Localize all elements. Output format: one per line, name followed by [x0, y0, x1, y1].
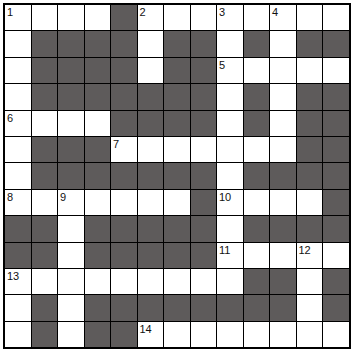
white-cell[interactable] — [138, 269, 164, 294]
white-cell[interactable] — [244, 5, 270, 30]
block-cell — [191, 111, 217, 136]
clue-number: 1 — [7, 5, 13, 19]
block-cell — [58, 84, 84, 109]
block-cell — [32, 322, 58, 347]
white-cell[interactable] — [191, 137, 217, 162]
white-cell[interactable] — [164, 137, 190, 162]
block-cell — [32, 295, 58, 320]
block-cell — [111, 295, 137, 320]
white-cell[interactable] — [270, 322, 296, 347]
white-cell[interactable] — [164, 269, 190, 294]
white-cell[interactable] — [5, 163, 31, 188]
block-cell — [58, 31, 84, 56]
block-cell — [111, 111, 137, 136]
block-cell — [111, 31, 137, 56]
block-cell — [323, 31, 349, 56]
white-cell[interactable]: 3 — [217, 5, 243, 30]
white-cell[interactable] — [5, 137, 31, 162]
block-cell — [270, 216, 296, 241]
clue-number: 4 — [272, 5, 278, 19]
block-cell — [191, 58, 217, 83]
white-cell[interactable] — [270, 243, 296, 268]
white-cell[interactable] — [5, 84, 31, 109]
white-cell[interactable] — [5, 322, 31, 347]
white-cell[interactable] — [297, 5, 323, 30]
block-cell — [138, 295, 164, 320]
block-cell — [323, 137, 349, 162]
block-cell — [191, 243, 217, 268]
white-cell[interactable] — [297, 269, 323, 294]
clue-number: 10 — [219, 190, 231, 204]
block-cell — [85, 84, 111, 109]
white-cell[interactable] — [297, 295, 323, 320]
white-cell[interactable] — [85, 5, 111, 30]
block-cell — [138, 243, 164, 268]
white-cell[interactable] — [270, 190, 296, 215]
block-cell — [297, 31, 323, 56]
white-cell[interactable] — [270, 31, 296, 56]
block-cell — [164, 243, 190, 268]
white-cell[interactable] — [32, 190, 58, 215]
white-cell[interactable] — [111, 190, 137, 215]
white-cell[interactable] — [5, 295, 31, 320]
block-cell — [244, 31, 270, 56]
white-cell[interactable] — [323, 322, 349, 347]
block-cell — [111, 322, 137, 347]
block-cell — [191, 190, 217, 215]
block-cell — [244, 84, 270, 109]
white-cell[interactable] — [191, 5, 217, 30]
block-cell — [244, 111, 270, 136]
white-cell[interactable] — [111, 269, 137, 294]
block-cell — [138, 163, 164, 188]
white-cell[interactable] — [244, 322, 270, 347]
block-cell — [85, 31, 111, 56]
white-cell[interactable] — [297, 322, 323, 347]
block-cell — [164, 31, 190, 56]
clue-number: 14 — [140, 322, 152, 336]
white-cell[interactable] — [217, 163, 243, 188]
block-cell — [85, 137, 111, 162]
block-cell — [85, 163, 111, 188]
block-cell — [270, 295, 296, 320]
white-cell[interactable]: 8 — [5, 190, 31, 215]
white-cell[interactable] — [5, 58, 31, 83]
block-cell — [270, 269, 296, 294]
white-cell[interactable] — [217, 216, 243, 241]
block-cell — [191, 163, 217, 188]
white-cell[interactable] — [217, 322, 243, 347]
block-cell — [111, 243, 137, 268]
clue-number: 9 — [60, 190, 66, 204]
clue-number: 7 — [113, 137, 119, 151]
white-cell[interactable] — [58, 269, 84, 294]
white-cell[interactable]: 13 — [5, 269, 31, 294]
block-cell — [164, 111, 190, 136]
white-cell[interactable] — [5, 31, 31, 56]
crossword-grid: 1234567891011121314 — [3, 3, 351, 349]
block-cell — [32, 163, 58, 188]
white-cell[interactable] — [58, 243, 84, 268]
white-cell[interactable] — [58, 5, 84, 30]
white-cell[interactable] — [58, 295, 84, 320]
white-cell[interactable] — [323, 243, 349, 268]
white-cell[interactable] — [270, 84, 296, 109]
block-cell — [32, 216, 58, 241]
block-cell — [32, 31, 58, 56]
white-cell[interactable] — [138, 31, 164, 56]
white-cell[interactable] — [32, 111, 58, 136]
block-cell — [5, 216, 31, 241]
white-cell[interactable] — [270, 58, 296, 83]
white-cell[interactable] — [85, 111, 111, 136]
clue-number: 11 — [219, 243, 230, 257]
block-cell — [138, 84, 164, 109]
white-cell[interactable] — [323, 58, 349, 83]
white-cell[interactable] — [164, 5, 190, 30]
clue-number: 3 — [219, 5, 225, 19]
white-cell[interactable] — [138, 137, 164, 162]
white-cell[interactable] — [138, 58, 164, 83]
white-cell[interactable] — [270, 137, 296, 162]
block-cell — [138, 111, 164, 136]
white-cell[interactable]: 14 — [138, 322, 164, 347]
block-cell — [244, 295, 270, 320]
white-cell[interactable] — [217, 31, 243, 56]
white-cell[interactable]: 1 — [5, 5, 31, 30]
block-cell — [164, 58, 190, 83]
block-cell — [111, 163, 137, 188]
white-cell[interactable]: 9 — [58, 190, 84, 215]
clue-number: 12 — [299, 243, 311, 257]
white-cell[interactable] — [297, 58, 323, 83]
block-cell — [297, 111, 323, 136]
block-cell — [58, 137, 84, 162]
block-cell — [85, 295, 111, 320]
white-cell[interactable] — [85, 269, 111, 294]
block-cell — [323, 84, 349, 109]
white-cell[interactable] — [58, 111, 84, 136]
white-cell[interactable]: 7 — [111, 137, 137, 162]
block-cell — [85, 58, 111, 83]
block-cell — [323, 190, 349, 215]
white-cell[interactable] — [32, 269, 58, 294]
block-cell — [85, 322, 111, 347]
block-cell — [58, 163, 84, 188]
white-cell[interactable] — [217, 269, 243, 294]
block-cell — [323, 295, 349, 320]
block-cell — [32, 84, 58, 109]
block-cell — [297, 163, 323, 188]
block-cell — [58, 58, 84, 83]
white-cell[interactable]: 12 — [297, 243, 323, 268]
white-cell[interactable] — [85, 190, 111, 215]
block-cell — [191, 216, 217, 241]
white-cell[interactable] — [138, 190, 164, 215]
block-cell — [270, 163, 296, 188]
block-cell — [5, 243, 31, 268]
block-cell — [111, 5, 137, 30]
clue-number: 6 — [7, 111, 13, 125]
white-cell[interactable] — [58, 216, 84, 241]
block-cell — [111, 58, 137, 83]
block-cell — [244, 216, 270, 241]
block-cell — [191, 31, 217, 56]
block-cell — [217, 295, 243, 320]
clue-number: 8 — [7, 190, 13, 204]
white-cell[interactable] — [244, 190, 270, 215]
clue-number: 2 — [140, 5, 146, 19]
white-cell[interactable] — [297, 190, 323, 215]
block-cell — [164, 163, 190, 188]
white-cell[interactable] — [270, 111, 296, 136]
white-cell[interactable] — [244, 58, 270, 83]
block-cell — [244, 269, 270, 294]
block-cell — [32, 58, 58, 83]
white-cell[interactable] — [217, 111, 243, 136]
white-cell[interactable] — [244, 137, 270, 162]
white-cell[interactable] — [164, 322, 190, 347]
white-cell[interactable]: 11 — [217, 243, 243, 268]
block-cell — [111, 84, 137, 109]
white-cell[interactable] — [191, 322, 217, 347]
block-cell — [32, 137, 58, 162]
block-cell — [85, 216, 111, 241]
block-cell — [323, 216, 349, 241]
white-cell[interactable] — [32, 5, 58, 30]
white-cell[interactable]: 5 — [217, 58, 243, 83]
white-cell[interactable] — [191, 269, 217, 294]
clue-number: 5 — [219, 58, 225, 72]
block-cell — [323, 111, 349, 136]
block-cell — [85, 243, 111, 268]
white-cell[interactable] — [58, 322, 84, 347]
white-cell[interactable] — [164, 190, 190, 215]
white-cell[interactable]: 2 — [138, 5, 164, 30]
block-cell — [323, 163, 349, 188]
clue-number: 13 — [7, 269, 19, 283]
white-cell[interactable]: 6 — [5, 111, 31, 136]
block-cell — [164, 84, 190, 109]
block-cell — [32, 243, 58, 268]
white-cell[interactable] — [323, 5, 349, 30]
white-cell[interactable]: 10 — [217, 190, 243, 215]
white-cell[interactable] — [217, 137, 243, 162]
block-cell — [191, 84, 217, 109]
block-cell — [164, 295, 190, 320]
block-cell — [111, 216, 137, 241]
block-cell — [191, 295, 217, 320]
white-cell[interactable]: 4 — [270, 5, 296, 30]
block-cell — [164, 216, 190, 241]
block-cell — [323, 269, 349, 294]
white-cell[interactable] — [217, 84, 243, 109]
block-cell — [297, 84, 323, 109]
block-cell — [297, 216, 323, 241]
block-cell — [138, 216, 164, 241]
block-cell — [297, 137, 323, 162]
block-cell — [244, 163, 270, 188]
white-cell[interactable] — [244, 243, 270, 268]
